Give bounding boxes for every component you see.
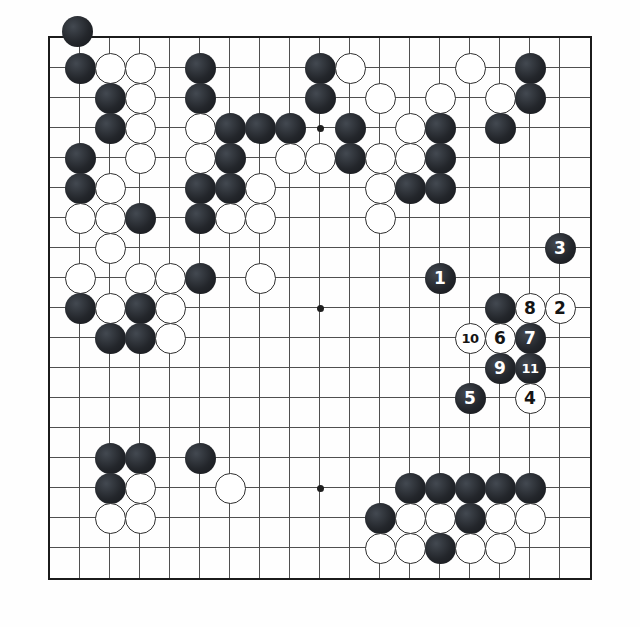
- white-stone: [395, 143, 426, 174]
- move-number: 10: [461, 332, 478, 345]
- black-stone: [395, 173, 426, 204]
- white-stone: 6: [485, 323, 516, 354]
- grid-cell: [230, 428, 260, 458]
- black-stone: [425, 473, 456, 504]
- grid-cell: [230, 398, 260, 428]
- grid-cell: [530, 128, 560, 158]
- black-stone: [65, 53, 96, 84]
- grid-cell: [110, 368, 140, 398]
- white-stone: [125, 113, 156, 144]
- white-stone: [95, 203, 126, 234]
- black-stone: [245, 113, 276, 144]
- grid-cell: [500, 218, 530, 248]
- grid-cell: [200, 548, 230, 578]
- white-stone: 2: [545, 293, 576, 324]
- black-stone: [95, 113, 126, 144]
- grid-cell: [230, 338, 260, 368]
- white-stone: [65, 263, 96, 294]
- grid-cell: [560, 458, 590, 488]
- white-stone: [515, 503, 546, 534]
- grid-cell: [530, 188, 560, 218]
- grid-cell: [260, 458, 290, 488]
- grid-cell: [380, 38, 410, 68]
- white-stone: [155, 323, 186, 354]
- grid-cell: [410, 428, 440, 458]
- black-stone: [305, 83, 336, 114]
- white-stone: [65, 203, 96, 234]
- black-stone: [185, 203, 216, 234]
- white-stone: [95, 233, 126, 264]
- black-stone: [95, 443, 126, 474]
- scanned-go-diagram-page: 3182106791154: [0, 0, 640, 627]
- white-stone: [155, 293, 186, 324]
- grid-cell: [110, 398, 140, 428]
- move-number: 4: [524, 390, 536, 407]
- grid-cell: [500, 248, 530, 278]
- move-number: 1: [434, 270, 446, 287]
- grid-cell: [410, 308, 440, 338]
- black-stone: [65, 143, 96, 174]
- grid-cell: [500, 188, 530, 218]
- white-stone: [215, 473, 246, 504]
- white-stone: [485, 533, 516, 564]
- grid-cell: [200, 398, 230, 428]
- black-stone: [485, 473, 516, 504]
- white-stone: 10: [455, 323, 486, 354]
- grid-cell: [170, 548, 200, 578]
- black-stone: [425, 143, 456, 174]
- black-stone: 3: [545, 233, 576, 264]
- grid-cell: [560, 488, 590, 518]
- black-stone: [65, 173, 96, 204]
- black-stone: [485, 113, 516, 144]
- grid-cell: [470, 248, 500, 278]
- white-stone: [95, 503, 126, 534]
- grid-cell: [260, 338, 290, 368]
- grid-cell: [230, 38, 260, 68]
- grid-cell: [530, 548, 560, 578]
- grid-cell: [560, 518, 590, 548]
- white-stone: [275, 143, 306, 174]
- grid-cell: [50, 398, 80, 428]
- white-stone: [365, 83, 396, 114]
- black-stone: [185, 443, 216, 474]
- grid-cell: [230, 68, 260, 98]
- black-stone: [62, 16, 93, 47]
- move-number: 7: [524, 330, 536, 347]
- white-stone: [485, 83, 516, 114]
- grid-cell: [320, 458, 350, 488]
- grid-cell: [230, 308, 260, 338]
- grid-cell: [260, 518, 290, 548]
- black-stone: 5: [455, 383, 486, 414]
- grid-cell: [350, 308, 380, 338]
- white-stone: [425, 503, 456, 534]
- black-stone: [95, 83, 126, 114]
- grid-cell: [290, 248, 320, 278]
- grid-cell: [320, 548, 350, 578]
- black-stone: [485, 293, 516, 324]
- grid-cell: [80, 548, 110, 578]
- grid-cell: [290, 398, 320, 428]
- black-stone: [185, 83, 216, 114]
- move-number: 2: [554, 300, 566, 317]
- grid-cell: [320, 518, 350, 548]
- grid-cell: [290, 488, 320, 518]
- star-point: [317, 125, 324, 132]
- white-stone: [395, 533, 426, 564]
- grid-cell: [260, 548, 290, 578]
- grid-cell: [380, 338, 410, 368]
- grid-cell: [50, 548, 80, 578]
- grid-cell: [80, 398, 110, 428]
- white-stone: [455, 53, 486, 84]
- white-stone: [125, 143, 156, 174]
- grid-cell: [290, 368, 320, 398]
- grid-cell: [290, 428, 320, 458]
- grid-cell: [50, 98, 80, 128]
- grid-cell: [200, 308, 230, 338]
- grid-cell: [290, 338, 320, 368]
- grid-cell: [200, 518, 230, 548]
- black-stone: [215, 143, 246, 174]
- grid-cell: [350, 368, 380, 398]
- grid-cell: [440, 218, 470, 248]
- grid-cell: [260, 428, 290, 458]
- white-stone: [365, 203, 396, 234]
- black-stone: [455, 473, 486, 504]
- move-number: 8: [524, 300, 536, 317]
- grid-cell: [530, 428, 560, 458]
- grid-cell: [170, 398, 200, 428]
- white-stone: [95, 173, 126, 204]
- white-stone: [185, 143, 216, 174]
- grid-cell: [320, 338, 350, 368]
- black-stone: [425, 173, 456, 204]
- grid-cell: [410, 338, 440, 368]
- grid-cell: [560, 398, 590, 428]
- black-stone: [65, 293, 96, 324]
- white-stone: [395, 113, 426, 144]
- white-stone: [185, 113, 216, 144]
- grid-cell: [560, 98, 590, 128]
- black-stone: [215, 113, 246, 144]
- grid-cell: [260, 308, 290, 338]
- grid-cell: [260, 68, 290, 98]
- grid-cell: [230, 518, 260, 548]
- white-stone: [365, 533, 396, 564]
- black-stone: [305, 53, 336, 84]
- grid-cell: [290, 308, 320, 338]
- grid-cell: [380, 308, 410, 338]
- grid-cell: [140, 398, 170, 428]
- grid-cell: [50, 368, 80, 398]
- grid-cell: [320, 308, 350, 338]
- white-stone: [245, 263, 276, 294]
- grid-cell: [320, 218, 350, 248]
- grid-cell: [50, 518, 80, 548]
- grid-cell: [410, 398, 440, 428]
- black-stone: [95, 323, 126, 354]
- white-stone: [365, 143, 396, 174]
- grid-cell: [440, 428, 470, 458]
- grid-cell: [350, 398, 380, 428]
- black-stone: [95, 473, 126, 504]
- grid-cell: [350, 458, 380, 488]
- grid-cell: [560, 38, 590, 68]
- black-stone: [125, 293, 156, 324]
- grid-cell: [260, 488, 290, 518]
- grid-cell: [350, 248, 380, 278]
- black-stone: [365, 503, 396, 534]
- grid-cell: [470, 428, 500, 458]
- grid-cell: [560, 68, 590, 98]
- grid-cell: [200, 338, 230, 368]
- grid-cell: [50, 428, 80, 458]
- grid-cell: [290, 518, 320, 548]
- grid-cell: [410, 368, 440, 398]
- white-stone: [125, 503, 156, 534]
- grid-cell: [50, 488, 80, 518]
- move-number: 11: [521, 362, 538, 375]
- grid-cell: [560, 548, 590, 578]
- white-stone: [425, 83, 456, 114]
- grid-cell: [290, 548, 320, 578]
- star-point: [317, 485, 324, 492]
- black-stone: [515, 83, 546, 114]
- black-stone: [185, 173, 216, 204]
- black-stone: [215, 173, 246, 204]
- grid-cell: [560, 128, 590, 158]
- grid-cell: [50, 458, 80, 488]
- grid-cell: [260, 368, 290, 398]
- move-number: 9: [494, 360, 506, 377]
- grid-cell: [260, 398, 290, 428]
- grid-cell: [290, 218, 320, 248]
- grid-cell: [470, 218, 500, 248]
- white-stone: [95, 53, 126, 84]
- white-stone: 8: [515, 293, 546, 324]
- black-stone: 9: [485, 353, 516, 384]
- move-number: 5: [464, 390, 476, 407]
- black-stone: [335, 143, 366, 174]
- black-stone: [395, 473, 426, 504]
- grid-cell: [320, 488, 350, 518]
- white-stone: [125, 473, 156, 504]
- black-stone: [125, 203, 156, 234]
- grid-cell: [350, 278, 380, 308]
- grid-cell: [320, 188, 350, 218]
- white-stone: 4: [515, 383, 546, 414]
- grid-cell: [560, 158, 590, 188]
- grid-cell: [500, 158, 530, 188]
- black-stone: [185, 263, 216, 294]
- white-stone: [485, 503, 516, 534]
- grid-cell: [350, 338, 380, 368]
- grid-cell: [260, 38, 290, 68]
- white-stone: [95, 293, 126, 324]
- grid-cell: [470, 158, 500, 188]
- black-stone: [275, 113, 306, 144]
- grid-cell: [140, 548, 170, 578]
- black-stone: [125, 323, 156, 354]
- grid-cell: [230, 368, 260, 398]
- black-stone: [515, 53, 546, 84]
- white-stone: [215, 203, 246, 234]
- black-stone: [455, 503, 486, 534]
- grid-cell: [290, 188, 320, 218]
- black-stone: [515, 473, 546, 504]
- grid-cell: [350, 428, 380, 458]
- grid-cell: [380, 248, 410, 278]
- grid-cell: [170, 368, 200, 398]
- white-stone: [125, 263, 156, 294]
- grid-cell: [290, 458, 320, 488]
- black-stone: [335, 113, 366, 144]
- black-stone: [425, 533, 456, 564]
- grid-cell: [380, 278, 410, 308]
- black-stone: 1: [425, 263, 456, 294]
- grid-cell: [320, 278, 350, 308]
- grid-cell: [470, 188, 500, 218]
- grid-cell: [410, 38, 440, 68]
- grid-cell: [560, 428, 590, 458]
- grid-cell: [500, 428, 530, 458]
- grid-cell: [290, 278, 320, 308]
- white-stone: [455, 533, 486, 564]
- grid-cell: [170, 488, 200, 518]
- grid-cell: [320, 368, 350, 398]
- move-number: 6: [494, 330, 506, 347]
- white-stone: [395, 503, 426, 534]
- grid-cell: [380, 368, 410, 398]
- black-stone: 7: [515, 323, 546, 354]
- white-stone: [245, 203, 276, 234]
- move-number: 3: [554, 240, 566, 257]
- white-stone: [155, 263, 186, 294]
- black-stone: 11: [515, 353, 546, 384]
- grid-cell: [200, 368, 230, 398]
- white-stone: [245, 173, 276, 204]
- black-stone: [125, 443, 156, 474]
- grid-cell: [140, 368, 170, 398]
- black-stone: [185, 53, 216, 84]
- grid-cell: [560, 188, 590, 218]
- white-stone: [335, 53, 366, 84]
- grid-cell: [170, 518, 200, 548]
- grid-cell: [320, 398, 350, 428]
- grid-cell: [230, 548, 260, 578]
- white-stone: [125, 83, 156, 114]
- grid-cell: [410, 218, 440, 248]
- grid-cell: [560, 368, 590, 398]
- star-point: [317, 305, 324, 312]
- grid-cell: [110, 548, 140, 578]
- grid-cell: [80, 368, 110, 398]
- grid-cell: [380, 398, 410, 428]
- grid-cell: [380, 428, 410, 458]
- black-stone: [425, 113, 456, 144]
- white-stone: [125, 53, 156, 84]
- grid-cell: [530, 158, 560, 188]
- grid-cell: [320, 428, 350, 458]
- grid-cell: [50, 338, 80, 368]
- white-stone: [305, 143, 336, 174]
- grid-cell: [320, 248, 350, 278]
- grid-cell: [560, 338, 590, 368]
- white-stone: [365, 173, 396, 204]
